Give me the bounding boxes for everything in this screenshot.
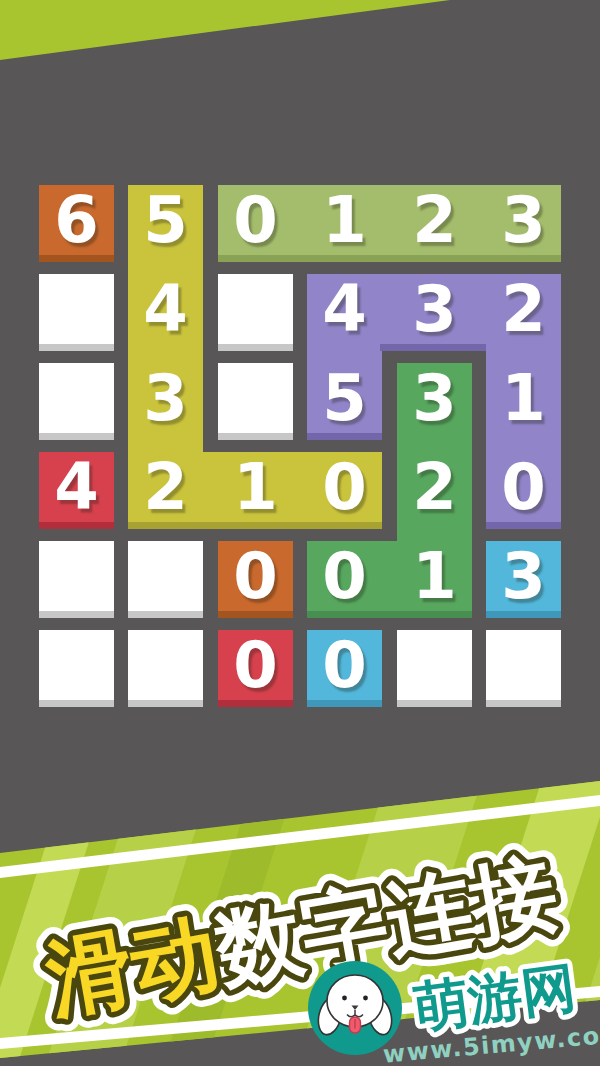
tile-number: 2 [412,455,457,519]
tile-shadow [218,522,293,529]
tile-number: 1 [501,366,546,430]
tile[interactable]: 3 [397,363,472,433]
tile-shadow [307,255,382,262]
path-shadow [201,522,220,529]
tile[interactable]: 3 [486,185,561,255]
tile-shadow [486,611,561,618]
tile[interactable]: 4 [128,274,203,344]
bottom-banner: 滑动数字连接 滑动数字连接 滑动数字连接 萌游网 萌游网 www.5imyw.c… [0,740,600,1066]
tile-number: 1 [322,188,367,252]
dog-eye-right [363,996,368,1001]
tile-shadow [397,700,472,707]
tile[interactable]: 5 [128,185,203,255]
tile-number: 3 [501,188,546,252]
empty-tile[interactable] [128,541,203,611]
tile-number: 0 [322,633,367,697]
tile-number: 2 [412,188,457,252]
tile[interactable]: 4 [307,274,382,344]
empty-tile[interactable] [397,630,472,700]
tile-shadow [397,611,472,618]
tile-shadow [39,522,114,529]
tile-shadow [39,255,114,262]
game-board: 65432100123543210321040300 [0,0,600,740]
tile[interactable]: 0 [486,452,561,522]
tile-number: 5 [322,366,367,430]
tile[interactable]: 3 [397,274,472,344]
tile[interactable]: 0 [307,541,382,611]
tile-number: 2 [501,277,546,341]
empty-tile[interactable] [486,630,561,700]
tile-number: 4 [322,277,367,341]
tile-number: 0 [233,544,278,608]
tile[interactable]: 1 [218,452,293,522]
tile[interactable]: 1 [307,185,382,255]
tile-number: 0 [501,455,546,519]
tile-shadow [218,255,293,262]
tile[interactable]: 2 [486,274,561,344]
path-shadow [380,255,399,262]
tile-number: 4 [54,455,99,519]
empty-tile[interactable] [218,274,293,344]
tile[interactable]: 5 [307,363,382,433]
tile-number: 4 [143,277,188,341]
tile[interactable]: 1 [397,541,472,611]
tile-number: 0 [322,544,367,608]
empty-tile[interactable] [39,630,114,700]
tile-shadow [307,522,382,529]
tile-shadow [486,700,561,707]
tile-shadow [486,255,561,262]
tile-number: 6 [54,188,99,252]
tile[interactable]: 0 [218,541,293,611]
tile-number: 1 [412,544,457,608]
tile-shadow [307,433,382,440]
tile-number: 0 [233,188,278,252]
empty-tile[interactable] [39,541,114,611]
empty-tile[interactable] [218,363,293,433]
tile-shadow [128,700,203,707]
tile-number: 3 [412,277,457,341]
tile-shadow [397,344,472,351]
tile-number: 0 [322,455,367,519]
tile-shadow [218,344,293,351]
tile-shadow [218,611,293,618]
dog-eye-left [342,996,347,1001]
tile-shadow [218,700,293,707]
tile-shadow [39,611,114,618]
path-connector [380,274,399,344]
tile[interactable]: 0 [307,452,382,522]
tile[interactable]: 0 [218,630,293,700]
tile-shadow [39,344,114,351]
tile-number: 1 [233,455,278,519]
tile-shadow [39,433,114,440]
tile-number: 2 [143,455,188,519]
tile[interactable]: 1 [486,363,561,433]
tile-shadow [218,433,293,440]
tile-number: 3 [501,544,546,608]
tile-shadow [128,522,203,529]
empty-tile[interactable] [128,630,203,700]
path-connector [380,185,399,255]
tile-number: 3 [412,366,457,430]
tile-number: 5 [143,188,188,252]
tile-shadow [486,522,561,529]
tile[interactable]: 6 [39,185,114,255]
tile[interactable]: 4 [39,452,114,522]
tile[interactable]: 0 [307,630,382,700]
path-shadow [380,344,399,351]
tile-number: 3 [143,366,188,430]
path-shadow [380,611,399,618]
tile[interactable]: 3 [128,363,203,433]
tile-shadow [128,611,203,618]
tile-shadow [307,700,382,707]
empty-tile[interactable] [39,363,114,433]
tile[interactable]: 0 [218,185,293,255]
tile[interactable]: 3 [486,541,561,611]
tile-shadow [307,611,382,618]
tile-number: 0 [233,633,278,697]
tile-shadow [39,700,114,707]
tile-shadow [397,255,472,262]
empty-tile[interactable] [39,274,114,344]
path-connector [380,541,399,611]
tile[interactable]: 2 [397,185,472,255]
path-connector [201,452,220,522]
tile[interactable]: 2 [128,452,203,522]
tile[interactable]: 2 [397,452,472,522]
site-logo[interactable] [308,961,402,1055]
